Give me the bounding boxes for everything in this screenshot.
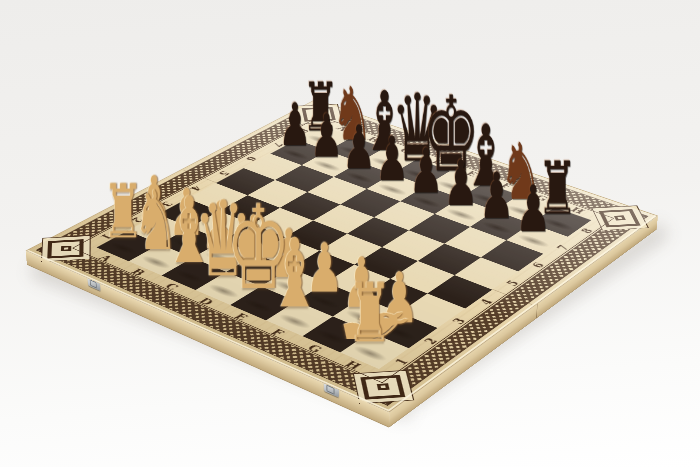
- chess-board: AABBCCDDEEFFGGHH1122334455667788 ♜♞♝♛♚♝♞…: [26, 99, 658, 412]
- white-rook-h1: ♜: [321, 272, 418, 353]
- fold-seam-side: [537, 304, 538, 318]
- board-top-surface: AABBCCDDEEFFGGHH1122334455667788 ♜♞♝♛♚♝♞…: [26, 99, 658, 412]
- black-pawn-h7: ♟: [489, 177, 576, 241]
- photo-backdrop: AABBCCDDEEFFGGHH1122334455667788 ♜♞♝♛♚♝♞…: [0, 0, 700, 467]
